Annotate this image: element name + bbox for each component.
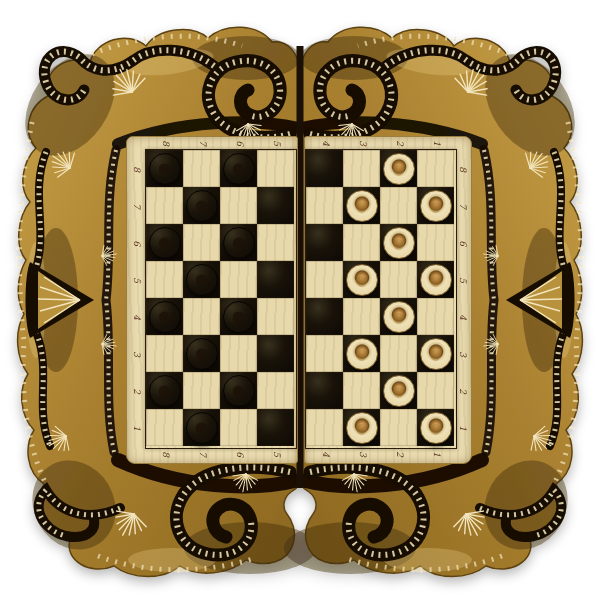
checker-light[interactable]: ●: [383, 227, 415, 259]
square-r2c3: [220, 187, 257, 224]
square-r1c2: [183, 150, 220, 187]
checker-light[interactable]: ●: [383, 153, 415, 185]
checker-glyph: ●: [429, 199, 441, 213]
checker-glyph: ●: [392, 162, 404, 176]
checker-glyph: ●: [232, 383, 245, 398]
checker-glyph: ●: [195, 346, 208, 361]
checker-glyph: ●: [195, 272, 208, 287]
square-r4c1: [146, 261, 183, 298]
checker-dark[interactable]: ●: [223, 153, 255, 185]
square-r2c2[interactable]: ●: [183, 187, 220, 224]
coord-right-6: 3: [456, 348, 468, 360]
square-r3c2: [183, 224, 220, 261]
square-r7c2: [183, 372, 220, 409]
coord-left-8: 1: [130, 422, 142, 434]
board-half-left: ●●●●●●●●●●●●: [145, 149, 297, 449]
coord-top-7: 2: [393, 137, 405, 149]
square-r7c4: [257, 372, 294, 409]
square-r3c5[interactable]: [306, 224, 343, 261]
coord-left-7: 2: [130, 385, 142, 397]
coord-right-7: 2: [456, 385, 468, 397]
coord-top-2: 7: [196, 137, 208, 149]
checker-light[interactable]: ●: [346, 190, 378, 222]
square-r2c4[interactable]: [257, 187, 294, 224]
square-r8c3: [220, 409, 257, 446]
square-r1c5[interactable]: [306, 150, 343, 187]
coord-bottom-4: 5: [270, 448, 282, 460]
square-r4c3: [220, 261, 257, 298]
checker-light[interactable]: ●: [420, 412, 452, 444]
checker-glyph: ●: [158, 309, 171, 324]
checker-glyph: ●: [429, 273, 441, 287]
checker-dark[interactable]: ●: [186, 264, 218, 296]
checker-dark[interactable]: ●: [186, 338, 218, 370]
square-r7c8: [417, 372, 454, 409]
square-r6c4[interactable]: [257, 335, 294, 372]
square-r6c1: [146, 335, 183, 372]
coord-bottom-8: 1: [430, 448, 442, 460]
checker-dark[interactable]: ●: [186, 412, 218, 444]
coord-right-2: 7: [456, 200, 468, 212]
checker-dark[interactable]: ●: [149, 301, 181, 333]
coord-left-3: 6: [130, 237, 142, 249]
coord-bottom-2: 7: [196, 448, 208, 460]
coord-right-5: 4: [456, 311, 468, 323]
checker-glyph: ●: [232, 161, 245, 176]
checker-glyph: ●: [392, 236, 404, 250]
square-r4c4[interactable]: [257, 261, 294, 298]
square-r5c7[interactable]: ●: [380, 298, 417, 335]
checker-glyph: ●: [158, 235, 171, 250]
square-r8c1: [146, 409, 183, 446]
coord-bottom-6: 3: [356, 448, 368, 460]
square-r3c8: [417, 224, 454, 261]
coord-top-5: 4: [319, 137, 331, 149]
checker-glyph: ●: [195, 420, 208, 435]
square-r1c4: [257, 150, 294, 187]
photo-canvas: ●●●●●●●●●●●●●●●●●●●●●●●●8765432187654321…: [0, 0, 600, 600]
square-r6c3: [220, 335, 257, 372]
checker-glyph: ●: [355, 347, 367, 361]
square-r7c1[interactable]: ●: [146, 372, 183, 409]
checker-glyph: ●: [158, 161, 171, 176]
square-r3c1[interactable]: ●: [146, 224, 183, 261]
checker-light[interactable]: ●: [383, 301, 415, 333]
square-r8c6[interactable]: ●: [343, 409, 380, 446]
checker-light[interactable]: ●: [420, 264, 452, 296]
square-r5c8: [417, 298, 454, 335]
checker-dark[interactable]: ●: [149, 227, 181, 259]
checker-light[interactable]: ●: [383, 375, 415, 407]
square-r5c5[interactable]: [306, 298, 343, 335]
checker-light[interactable]: ●: [346, 412, 378, 444]
checker-dark[interactable]: ●: [223, 301, 255, 333]
checker-glyph: ●: [158, 383, 171, 398]
coord-top-1: 8: [159, 137, 171, 149]
square-r7c6: [343, 372, 380, 409]
square-r6c6[interactable]: ●: [343, 335, 380, 372]
square-r1c7[interactable]: ●: [380, 150, 417, 187]
square-r7c5[interactable]: [306, 372, 343, 409]
coord-right-1: 8: [456, 163, 468, 175]
square-r8c2[interactable]: ●: [183, 409, 220, 446]
square-r2c1: [146, 187, 183, 224]
checker-dark[interactable]: ●: [223, 375, 255, 407]
square-r7c7[interactable]: ●: [380, 372, 417, 409]
playing-surface: ●●●●●●●●●●●●●●●●●●●●●●●●8765432187654321…: [126, 136, 470, 462]
coord-top-8: 1: [430, 137, 442, 149]
square-r5c4: [257, 298, 294, 335]
square-r8c8[interactable]: ●: [417, 409, 454, 446]
square-r3c4: [257, 224, 294, 261]
square-r4c7: [380, 261, 417, 298]
coord-left-2: 7: [130, 200, 142, 212]
square-r5c3[interactable]: ●: [220, 298, 257, 335]
coord-top-3: 6: [233, 137, 245, 149]
square-r3c7[interactable]: ●: [380, 224, 417, 261]
checker-glyph: ●: [392, 310, 404, 324]
checker-light[interactable]: ●: [346, 338, 378, 370]
square-r7c3[interactable]: ●: [220, 372, 257, 409]
square-r8c4[interactable]: [257, 409, 294, 446]
checker-glyph: ●: [355, 421, 367, 435]
coord-bottom-5: 4: [319, 448, 331, 460]
checker-glyph: ●: [195, 198, 208, 213]
square-r5c1[interactable]: ●: [146, 298, 183, 335]
checker-glyph: ●: [429, 347, 441, 361]
coord-left-1: 8: [130, 163, 142, 175]
coord-right-3: 6: [456, 237, 468, 249]
square-r1c3[interactable]: ●: [220, 150, 257, 187]
coord-left-5: 4: [130, 311, 142, 323]
square-r4c5: [306, 261, 343, 298]
square-r4c8[interactable]: ●: [417, 261, 454, 298]
square-r4c6[interactable]: ●: [343, 261, 380, 298]
checker-glyph: ●: [429, 421, 441, 435]
square-r8c5: [306, 409, 343, 446]
checker-dark[interactable]: ●: [186, 190, 218, 222]
checker-dark[interactable]: ●: [149, 375, 181, 407]
coord-top-4: 5: [270, 137, 282, 149]
checker-light[interactable]: ●: [420, 338, 452, 370]
square-r3c3[interactable]: ●: [220, 224, 257, 261]
square-r5c6: [343, 298, 380, 335]
square-r3c6: [343, 224, 380, 261]
checker-glyph: ●: [392, 384, 404, 398]
coord-bottom-1: 8: [159, 448, 171, 460]
square-r2c7: [380, 187, 417, 224]
coord-left-4: 5: [130, 274, 142, 286]
checker-dark[interactable]: ●: [223, 227, 255, 259]
square-r6c8[interactable]: ●: [417, 335, 454, 372]
checker-light[interactable]: ●: [420, 190, 452, 222]
board-half-right: ●●●●●●●●●●●●: [305, 149, 457, 449]
checker-glyph: ●: [355, 199, 367, 213]
square-r4c2[interactable]: ●: [183, 261, 220, 298]
checker-light[interactable]: ●: [346, 264, 378, 296]
coord-right-8: 1: [456, 422, 468, 434]
checker-glyph: ●: [232, 309, 245, 324]
square-r6c7: [380, 335, 417, 372]
square-r8c7: [380, 409, 417, 446]
square-r2c6[interactable]: ●: [343, 187, 380, 224]
square-r1c1[interactable]: ●: [146, 150, 183, 187]
coord-left-6: 3: [130, 348, 142, 360]
coord-right-4: 5: [456, 274, 468, 286]
square-r2c8[interactable]: ●: [417, 187, 454, 224]
square-r6c5: [306, 335, 343, 372]
square-r1c8: [417, 150, 454, 187]
coord-bottom-7: 2: [393, 448, 405, 460]
coord-top-6: 3: [356, 137, 368, 149]
checker-dark[interactable]: ●: [149, 153, 181, 185]
square-r5c2: [183, 298, 220, 335]
square-r2c5: [306, 187, 343, 224]
checker-glyph: ●: [355, 273, 367, 287]
coord-bottom-3: 6: [233, 448, 245, 460]
square-r6c2[interactable]: ●: [183, 335, 220, 372]
square-r1c6: [343, 150, 380, 187]
checker-glyph: ●: [232, 235, 245, 250]
